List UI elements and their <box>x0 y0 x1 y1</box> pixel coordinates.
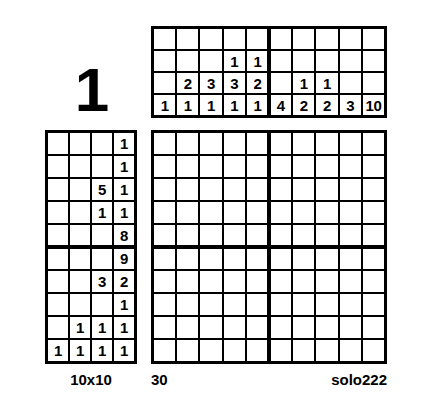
thick-horizontal-midline <box>151 245 387 249</box>
board-cell-r4c2[interactable] <box>177 202 198 223</box>
row-clue-cell-r7c2 <box>70 271 90 292</box>
row-clue-cell-r8c4: 1 <box>114 294 134 315</box>
board-cell-r8c5[interactable] <box>247 294 268 315</box>
board-cell-r2c10[interactable] <box>363 156 384 177</box>
column-clue-cell-r4c7: 2 <box>293 95 314 115</box>
board-cell-r2c6[interactable] <box>270 156 291 177</box>
board-cell-r10c4[interactable] <box>224 340 245 361</box>
board-cell-r7c2[interactable] <box>177 271 198 292</box>
column-clue-cell-r2c5: 1 <box>247 51 268 71</box>
column-clue-cell-r3c2: 2 <box>177 73 198 93</box>
row-clue-cell-r1c2 <box>70 133 90 154</box>
board-cell-r3c3[interactable] <box>200 179 221 200</box>
board-cell-r1c2[interactable] <box>177 133 198 154</box>
column-clue-cell-r4c10: 10 <box>363 95 384 115</box>
row-clue-cell-r10c1: 1 <box>48 340 68 361</box>
row-clue-cell-r10c3: 1 <box>92 340 112 361</box>
board-cell-r4c7[interactable] <box>293 202 314 223</box>
column-clue-cell-r1c1 <box>154 29 175 49</box>
board-cell-r5c1[interactable] <box>154 225 175 246</box>
board-cell-r3c6[interactable] <box>270 179 291 200</box>
board-cell-r1c8[interactable] <box>316 133 337 154</box>
board-cell-r6c6[interactable] <box>270 248 291 269</box>
column-clue-cell-r1c7 <box>293 29 314 49</box>
column-clue-cell-r3c3: 3 <box>200 73 221 93</box>
column-clue-cell-r2c1 <box>154 51 175 71</box>
puzzle-number: 1 <box>58 59 126 121</box>
board-cell-r7c6[interactable] <box>270 271 291 292</box>
row-clue-cell-r4c4: 1 <box>114 202 134 223</box>
column-clue-cell-r2c10 <box>363 51 384 71</box>
puzzle-board <box>151 130 387 364</box>
row-clue-cell-r10c2: 1 <box>70 340 90 361</box>
board-cell-r8c10[interactable] <box>363 294 384 315</box>
column-clue-cell-r3c4: 3 <box>224 73 245 93</box>
board-cell-r10c9[interactable] <box>340 340 361 361</box>
row-clue-cell-r8c3 <box>92 294 112 315</box>
row-clue-cell-r4c2 <box>70 202 90 223</box>
board-cell-r9c10[interactable] <box>363 317 384 338</box>
board-cell-r2c3[interactable] <box>200 156 221 177</box>
board-cell-r7c5[interactable] <box>247 271 268 292</box>
row-clue-cell-r9c3: 1 <box>92 317 112 338</box>
row-clue-cell-r2c2 <box>70 156 90 177</box>
board-cell-r2c8[interactable] <box>316 156 337 177</box>
column-clue-cell-r4c5: 1 <box>247 95 268 115</box>
row-clue-cell-r5c2 <box>70 225 90 246</box>
row-clue-cell-r5c3 <box>92 225 112 246</box>
board-cell-r6c8[interactable] <box>316 248 337 269</box>
board-cell-r3c7[interactable] <box>293 179 314 200</box>
board-cell-r3c5[interactable] <box>247 179 268 200</box>
row-clue-cell-r3c2 <box>70 179 90 200</box>
board-cell-r5c2[interactable] <box>177 225 198 246</box>
row-clue-cell-r3c4: 1 <box>114 179 134 200</box>
board-cell-r9c3[interactable] <box>200 317 221 338</box>
board-cell-r7c4[interactable] <box>224 271 245 292</box>
row-clue-cell-r9c4: 1 <box>114 317 134 338</box>
column-clue-cell-r2c7 <box>293 51 314 71</box>
board-cell-r1c3[interactable] <box>200 133 221 154</box>
board-cell-r5c10[interactable] <box>363 225 384 246</box>
column-clue-cell-r2c9 <box>340 51 361 71</box>
column-clue-cell-r1c4 <box>224 29 245 49</box>
row-clue-cell-r3c1 <box>48 179 68 200</box>
row-clue-cell-r6c3 <box>92 248 112 269</box>
row-clue-cell-r6c2 <box>70 248 90 269</box>
row-clue-cell-r7c3: 3 <box>92 271 112 292</box>
column-clue-cell-r2c3 <box>200 51 221 71</box>
board-cell-r9c4[interactable] <box>224 317 245 338</box>
board-cell-r10c7[interactable] <box>293 340 314 361</box>
column-clues-grid: 1123321111111422310 <box>151 26 387 118</box>
board-cell-r1c4[interactable] <box>224 133 245 154</box>
nonogram-puzzle-sheet: 1 1123321111111422310 115111893211111111… <box>0 0 424 414</box>
board-cell-r9c2[interactable] <box>177 317 198 338</box>
board-cell-r7c7[interactable] <box>293 271 314 292</box>
board-cell-r8c2[interactable] <box>177 294 198 315</box>
board-cell-r8c8[interactable] <box>316 294 337 315</box>
row-clue-cell-r1c3 <box>92 133 112 154</box>
column-clue-cell-r4c8: 2 <box>316 95 337 115</box>
board-cell-r2c5[interactable] <box>247 156 268 177</box>
board-cell-r5c6[interactable] <box>270 225 291 246</box>
board-cell-r8c4[interactable] <box>224 294 245 315</box>
board-cell-r10c1[interactable] <box>154 340 175 361</box>
board-cell-r2c9[interactable] <box>340 156 361 177</box>
board-cell-r8c9[interactable] <box>340 294 361 315</box>
row-clue-cell-r5c4: 8 <box>114 225 134 246</box>
board-cell-r6c9[interactable] <box>340 248 361 269</box>
column-clue-cell-r1c10 <box>363 29 384 49</box>
row-clue-cell-r1c1 <box>48 133 68 154</box>
row-clue-cell-r7c4: 2 <box>114 271 134 292</box>
board-cell-r1c6[interactable] <box>270 133 291 154</box>
row-clue-cell-r7c1 <box>48 271 68 292</box>
board-cell-r6c7[interactable] <box>293 248 314 269</box>
row-clue-cell-r1c4: 1 <box>114 133 134 154</box>
board-cell-r9c8[interactable] <box>316 317 337 338</box>
board-cell-r10c2[interactable] <box>177 340 198 361</box>
column-clue-cell-r4c2: 1 <box>177 95 198 115</box>
board-cell-r5c4[interactable] <box>224 225 245 246</box>
column-clue-cell-r1c6 <box>270 29 291 49</box>
thick-vertical-midline <box>267 26 271 118</box>
board-cell-r10c5[interactable] <box>247 340 268 361</box>
board-cell-r1c1[interactable] <box>154 133 175 154</box>
board-cell-r4c1[interactable] <box>154 202 175 223</box>
row-clue-cell-r2c4: 1 <box>114 156 134 177</box>
row-clue-cell-r2c1 <box>48 156 68 177</box>
column-clue-cell-r1c5 <box>247 29 268 49</box>
board-cell-r4c5[interactable] <box>247 202 268 223</box>
board-cell-r6c1[interactable] <box>154 248 175 269</box>
column-clue-cell-r3c7: 1 <box>293 73 314 93</box>
board-cell-r2c2[interactable] <box>177 156 198 177</box>
board-cell-r6c4[interactable] <box>224 248 245 269</box>
column-clue-cell-r2c2 <box>177 51 198 71</box>
row-clue-cell-r4c1 <box>48 202 68 223</box>
board-cell-r8c6[interactable] <box>270 294 291 315</box>
board-cell-r3c8[interactable] <box>316 179 337 200</box>
board-cell-r10c10[interactable] <box>363 340 384 361</box>
board-cell-r4c6[interactable] <box>270 202 291 223</box>
column-clue-cell-r3c6 <box>270 73 291 93</box>
column-clue-cell-r2c6 <box>270 51 291 71</box>
column-clue-cell-r2c4: 1 <box>224 51 245 71</box>
board-cell-r4c4[interactable] <box>224 202 245 223</box>
row-clue-cell-r9c1 <box>48 317 68 338</box>
column-clue-cell-r3c1 <box>154 73 175 93</box>
column-clue-cell-r4c3: 1 <box>200 95 221 115</box>
board-cell-r2c4[interactable] <box>224 156 245 177</box>
row-clues-grid: 115111893211111111 <box>45 130 137 364</box>
board-cell-r5c5[interactable] <box>247 225 268 246</box>
column-clue-cell-r4c6: 4 <box>270 95 291 115</box>
board-cell-r8c1[interactable] <box>154 294 175 315</box>
board-cell-r5c7[interactable] <box>293 225 314 246</box>
board-cell-r5c3[interactable] <box>200 225 221 246</box>
row-clue-cell-r4c3: 1 <box>92 202 112 223</box>
board-cell-r8c7[interactable] <box>293 294 314 315</box>
row-clue-cell-r8c2 <box>70 294 90 315</box>
column-clue-cell-r4c1: 1 <box>154 95 175 115</box>
column-clue-cell-r1c3 <box>200 29 221 49</box>
board-cell-r4c10[interactable] <box>363 202 384 223</box>
board-cell-r2c7[interactable] <box>293 156 314 177</box>
board-cell-r5c9[interactable] <box>340 225 361 246</box>
column-clue-cell-r4c9: 3 <box>340 95 361 115</box>
row-clue-cell-r6c1 <box>48 248 68 269</box>
board-cell-r4c9[interactable] <box>340 202 361 223</box>
board-cell-r3c9[interactable] <box>340 179 361 200</box>
board-cell-r4c8[interactable] <box>316 202 337 223</box>
board-cell-r5c8[interactable] <box>316 225 337 246</box>
board-cell-r9c9[interactable] <box>340 317 361 338</box>
row-clue-cell-r5c1 <box>48 225 68 246</box>
row-clue-cell-r9c2: 1 <box>70 317 90 338</box>
board-cell-r7c3[interactable] <box>200 271 221 292</box>
column-clue-cell-r1c9 <box>340 29 361 49</box>
board-cell-r7c9[interactable] <box>340 271 361 292</box>
column-clue-cell-r3c10 <box>363 73 384 93</box>
row-clue-cell-r2c3 <box>92 156 112 177</box>
board-cell-r4c3[interactable] <box>200 202 221 223</box>
column-clue-cell-r3c9 <box>340 73 361 93</box>
board-cell-r3c1[interactable] <box>154 179 175 200</box>
board-size-label: 10x10 <box>45 371 137 388</box>
thick-horizontal-midline <box>45 245 137 249</box>
board-cell-r6c10[interactable] <box>363 248 384 269</box>
row-clue-cell-r3c3: 5 <box>92 179 112 200</box>
board-cell-r3c10[interactable] <box>363 179 384 200</box>
board-cell-r9c6[interactable] <box>270 317 291 338</box>
row-clue-cell-r8c1 <box>48 294 68 315</box>
column-clue-cell-r4c4: 1 <box>224 95 245 115</box>
board-cell-r10c6[interactable] <box>270 340 291 361</box>
board-cell-r6c2[interactable] <box>177 248 198 269</box>
column-clue-cell-r3c5: 2 <box>247 73 268 93</box>
board-cell-r8c3[interactable] <box>200 294 221 315</box>
board-cell-r10c8[interactable] <box>316 340 337 361</box>
row-clue-cell-r6c4: 9 <box>114 248 134 269</box>
column-clue-cell-r3c8: 1 <box>316 73 337 93</box>
board-cell-r6c5[interactable] <box>247 248 268 269</box>
column-clue-cell-r2c8 <box>316 51 337 71</box>
board-cell-r9c5[interactable] <box>247 317 268 338</box>
board-cell-r1c5[interactable] <box>247 133 268 154</box>
board-cell-r2c1[interactable] <box>154 156 175 177</box>
board-cell-r7c10[interactable] <box>363 271 384 292</box>
puzzle-id-label: solo222 <box>151 371 387 388</box>
board-cell-r7c8[interactable] <box>316 271 337 292</box>
board-cell-r7c1[interactable] <box>154 271 175 292</box>
board-cell-r9c7[interactable] <box>293 317 314 338</box>
board-cell-r9c1[interactable] <box>154 317 175 338</box>
board-cell-r3c2[interactable] <box>177 179 198 200</box>
board-cell-r3c4[interactable] <box>224 179 245 200</box>
board-cell-r1c10[interactable] <box>363 133 384 154</box>
row-clue-cell-r10c4: 1 <box>114 340 134 361</box>
column-clue-cell-r1c8 <box>316 29 337 49</box>
board-cell-r1c9[interactable] <box>340 133 361 154</box>
board-cell-r6c3[interactable] <box>200 248 221 269</box>
board-cell-r1c7[interactable] <box>293 133 314 154</box>
board-cell-r10c3[interactable] <box>200 340 221 361</box>
column-clue-cell-r1c2 <box>177 29 198 49</box>
